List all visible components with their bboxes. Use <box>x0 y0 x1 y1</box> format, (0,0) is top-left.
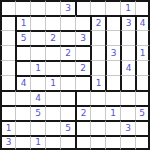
cell-r6c5[interactable] <box>60 75 75 90</box>
cell-r6c10[interactable] <box>135 75 150 90</box>
cell-r1c3[interactable] <box>30 0 45 15</box>
cell-r2c5[interactable] <box>60 15 75 30</box>
cell-r5c1[interactable] <box>0 60 15 75</box>
given-digit: 5 <box>21 34 27 43</box>
cell-r3c3[interactable] <box>30 30 45 45</box>
given-digit: 3 <box>6 138 12 147</box>
cell-r4c2[interactable] <box>15 45 30 60</box>
given-digit: 2 <box>80 64 86 73</box>
cell-r8c10[interactable]: 5 <box>135 105 150 120</box>
cell-r5c4[interactable] <box>45 60 60 75</box>
given-digit: 3 <box>125 124 131 133</box>
given-digit: 1 <box>96 79 102 88</box>
given-digit: 5 <box>139 109 145 118</box>
cell-r2c1[interactable] <box>0 15 15 30</box>
given-digit: 1 <box>21 19 27 28</box>
cell-r10c7[interactable] <box>90 135 105 150</box>
cell-r10c1[interactable]: 3 <box>0 135 15 150</box>
cell-r7c6[interactable] <box>75 90 90 105</box>
cell-r7c4[interactable] <box>45 90 60 105</box>
cell-r1c9[interactable]: 1 <box>120 0 135 15</box>
cell-r2c3[interactable] <box>30 15 45 30</box>
cell-r5c10[interactable] <box>135 60 150 75</box>
cell-r9c7[interactable] <box>90 120 105 135</box>
cell-r2c8[interactable] <box>105 15 120 30</box>
cell-r7c1[interactable] <box>0 90 15 105</box>
cell-r4c6[interactable] <box>75 45 90 60</box>
cell-r2c4[interactable] <box>45 15 60 30</box>
given-digit: 1 <box>140 49 146 58</box>
cell-r6c8[interactable] <box>105 75 120 90</box>
cell-r8c1[interactable] <box>0 105 15 120</box>
cell-r8c6[interactable]: 2 <box>75 105 90 120</box>
cell-r1c4[interactable] <box>45 0 60 15</box>
cell-r6c2[interactable]: 4 <box>15 75 30 90</box>
cell-r1c10[interactable] <box>135 0 150 15</box>
cell-r5c8[interactable] <box>105 60 120 75</box>
cell-r6c7[interactable]: 1 <box>90 75 105 90</box>
cell-r1c5[interactable]: 3 <box>60 0 75 15</box>
cell-r9c10[interactable] <box>135 120 150 135</box>
cell-r9c6[interactable] <box>75 120 90 135</box>
cell-r9c9[interactable]: 3 <box>120 120 135 135</box>
cell-r6c9[interactable] <box>120 75 135 90</box>
cell-r4c9[interactable] <box>120 45 135 60</box>
cell-r10c3[interactable]: 1 <box>30 135 45 150</box>
given-digit: 3 <box>80 34 86 43</box>
given-digit: 3 <box>126 19 132 28</box>
cell-r3c10[interactable] <box>135 30 150 45</box>
cell-r7c8[interactable] <box>105 90 120 105</box>
cell-r10c5[interactable] <box>60 135 75 150</box>
given-digit: 5 <box>65 124 71 133</box>
cell-r9c4[interactable] <box>45 120 60 135</box>
cell-r9c5[interactable]: 5 <box>60 120 75 135</box>
given-digit: 2 <box>96 19 102 28</box>
given-digit: 1 <box>6 124 12 133</box>
given-digit: 1 <box>125 4 131 13</box>
cell-r3c1[interactable] <box>0 30 15 45</box>
cell-r2c6[interactable] <box>75 15 90 30</box>
cell-r3c4[interactable]: 2 <box>45 30 60 45</box>
cell-r8c7[interactable] <box>90 105 105 120</box>
cell-r4c5[interactable]: 2 <box>60 45 75 60</box>
cell-r7c3[interactable]: 4 <box>30 90 45 105</box>
cell-r9c2[interactable] <box>15 120 30 135</box>
cell-r5c6[interactable]: 2 <box>75 60 90 75</box>
cell-r4c3[interactable] <box>30 45 45 60</box>
cell-r5c2[interactable] <box>15 60 30 75</box>
cell-r10c2[interactable] <box>15 135 30 150</box>
cell-r3c8[interactable] <box>105 30 120 45</box>
cell-r9c8[interactable] <box>105 120 120 135</box>
given-digit: 1 <box>50 79 56 88</box>
given-digit: 3 <box>65 4 71 13</box>
cell-r7c2[interactable] <box>15 90 30 105</box>
cell-r7c5[interactable] <box>60 90 75 105</box>
cell-r8c3[interactable]: 5 <box>30 105 45 120</box>
cell-r8c9[interactable] <box>120 105 135 120</box>
cell-r3c2[interactable]: 5 <box>15 30 30 45</box>
cell-r9c1[interactable]: 1 <box>0 120 15 135</box>
given-digit: 2 <box>50 34 56 43</box>
cell-r8c8[interactable]: 1 <box>105 105 120 120</box>
given-digit: 3 <box>111 49 117 58</box>
cell-r5c7[interactable] <box>90 60 105 75</box>
cell-r1c1[interactable] <box>0 0 15 15</box>
cell-r4c7[interactable] <box>90 45 105 60</box>
given-digit: 4 <box>140 19 146 28</box>
given-digit: 1 <box>110 109 116 118</box>
cell-r5c9[interactable]: 4 <box>120 60 135 75</box>
cell-r2c9[interactable]: 3 <box>120 15 135 30</box>
cell-r9c3[interactable] <box>30 120 45 135</box>
cell-r4c8[interactable]: 3 <box>105 45 120 60</box>
cell-r6c1[interactable] <box>0 75 15 90</box>
cell-r10c4[interactable] <box>45 135 60 150</box>
given-digit: 5 <box>35 109 41 118</box>
cell-r7c10[interactable] <box>135 90 150 105</box>
cell-r2c7[interactable]: 2 <box>90 15 105 30</box>
cell-r7c7[interactable] <box>90 90 105 105</box>
cell-r4c1[interactable] <box>0 45 15 60</box>
cell-r4c4[interactable] <box>45 45 60 60</box>
cell-r7c9[interactable] <box>120 90 135 105</box>
cell-r2c10[interactable]: 4 <box>135 15 150 30</box>
cell-r1c2[interactable] <box>15 0 30 15</box>
given-digit: 4 <box>21 79 27 88</box>
cell-r10c6[interactable] <box>75 135 90 150</box>
cell-r1c8[interactable] <box>105 0 120 15</box>
cell-r1c6[interactable] <box>75 0 90 15</box>
cell-r3c7[interactable] <box>90 30 105 45</box>
given-digit: 1 <box>35 64 41 73</box>
cell-r6c3[interactable] <box>30 75 45 90</box>
suguru-board: 3112345232311244114521515331 <box>0 0 150 150</box>
given-digit: 2 <box>81 109 87 118</box>
given-digit: 4 <box>126 64 132 73</box>
given-digit: 1 <box>35 138 41 147</box>
cell-r10c8[interactable] <box>105 135 120 150</box>
cell-r3c6[interactable]: 3 <box>75 30 90 45</box>
cell-r5c3[interactable]: 1 <box>30 60 45 75</box>
cell-r6c6[interactable] <box>75 75 90 90</box>
cell-r1c7[interactable] <box>90 0 105 15</box>
cell-r3c9[interactable] <box>120 30 135 45</box>
cell-r6c4[interactable]: 1 <box>45 75 60 90</box>
cell-r8c2[interactable] <box>15 105 30 120</box>
cell-r4c10[interactable]: 1 <box>135 45 150 60</box>
cell-r3c5[interactable] <box>60 30 75 45</box>
cell-r5c5[interactable] <box>60 60 75 75</box>
cell-r8c4[interactable] <box>45 105 60 120</box>
cell-r2c2[interactable]: 1 <box>15 15 30 30</box>
given-digit: 2 <box>65 49 71 58</box>
cell-r8c5[interactable] <box>60 105 75 120</box>
cell-r10c10[interactable] <box>135 135 150 150</box>
cell-r10c9[interactable] <box>120 135 135 150</box>
given-digit: 4 <box>35 94 41 103</box>
